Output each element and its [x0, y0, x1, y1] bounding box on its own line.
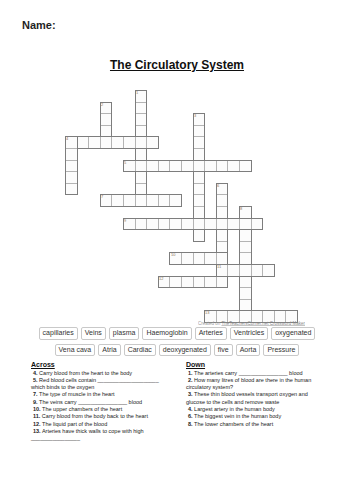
clue-down-2: 2. How many litres of blood are there in…: [186, 377, 326, 392]
word-bank-item: Vena cava: [55, 344, 96, 357]
clue-down-4: 4. Largest artery in the human body: [186, 406, 326, 413]
grid-cell[interactable]: [89, 137, 101, 148]
grid-cell[interactable]: [252, 265, 264, 276]
across-clue-list: 4. Carry blood from the heart to the bod…: [31, 370, 171, 443]
grid-cell[interactable]: [228, 265, 240, 276]
word-bank-item: plasma: [109, 327, 140, 340]
grid-cell[interactable]: [252, 219, 263, 230]
grid-cell[interactable]: [194, 126, 205, 138]
clue-number-2: 2: [101, 103, 103, 107]
clue-number-13: 13: [205, 311, 209, 315]
credit-prefix: Created on: [198, 321, 221, 326]
clue-number-8: 8: [240, 207, 242, 211]
across-heading: Across: [31, 361, 171, 368]
credit-link[interactable]: TheTeachersCorner.net Crossword Maker: [221, 321, 305, 326]
grid-cell[interactable]: [66, 184, 77, 195]
word-bank-item: Cardiac: [124, 344, 156, 357]
grid-cell[interactable]: [240, 277, 251, 289]
grid-cell[interactable]: [240, 161, 251, 172]
grid-cell[interactable]: [217, 161, 229, 172]
worksheet-page: Name: The Circulatory System 12345678910…: [0, 0, 354, 500]
clue-across-7: 7. The type of muscle in the heart: [31, 391, 171, 398]
grid-cell[interactable]: [101, 137, 113, 148]
page-title: The Circulatory System: [0, 58, 354, 72]
word-bank-row-2: Vena cavaAtriaCardiacdeoxygenatedfiveAor…: [0, 344, 354, 357]
grid-cell[interactable]: [194, 184, 205, 196]
grid-cell[interactable]: [136, 172, 147, 184]
word-bank-row-1: capillariesVeinsplasmaHaemoglobinArterie…: [0, 327, 354, 340]
grid-cell[interactable]: [66, 172, 77, 184]
clue-across-10: 10. The upper chambers of the heart: [31, 406, 171, 413]
grid-cell[interactable]: [240, 219, 252, 230]
clue-number-3: 3: [194, 114, 196, 118]
grid-cell[interactable]: [182, 161, 194, 172]
clue-across-12: 12. The liquid part of the blood: [31, 421, 171, 428]
grid-cell[interactable]: [194, 277, 206, 288]
grid-cell[interactable]: [217, 219, 229, 230]
grid-cell[interactable]: [136, 114, 147, 126]
clue-across-5: 5. Red blood cells contain _____________…: [31, 377, 171, 392]
down-heading: Down: [186, 361, 326, 368]
grid-cell[interactable]: [194, 195, 205, 207]
clue-down-6: 6. The biggest vein in the human body: [186, 413, 326, 420]
word-7-across: [100, 194, 182, 207]
grid-cell[interactable]: [159, 195, 171, 206]
word-bank-item: capillaries: [39, 327, 78, 340]
grid-cell[interactable]: [194, 137, 205, 149]
grid-cell[interactable]: [112, 195, 124, 206]
word-bank-item: Pressure: [263, 344, 299, 357]
clue-across-13: 13. Arteries have thick walls to cope wi…: [31, 428, 171, 443]
word-9-across: [123, 218, 263, 231]
word-bank-item: Aorta: [236, 344, 261, 357]
grid-cell[interactable]: [170, 161, 182, 172]
grid-cell[interactable]: [217, 230, 228, 242]
clue-number-5: 5: [124, 161, 126, 165]
grid-cell[interactable]: [147, 219, 159, 230]
word-bank-item: Veins: [81, 327, 106, 340]
grid-cell[interactable]: [194, 230, 205, 241]
clue-down-8: 8. The lower chambers of the heart: [186, 421, 326, 428]
name-label: Name:: [22, 19, 56, 31]
grid-cell[interactable]: [147, 137, 158, 148]
grid-cell[interactable]: [170, 219, 182, 230]
grid-cell[interactable]: [78, 137, 90, 148]
grid-cell[interactable]: [136, 195, 148, 206]
word-4-down: [65, 136, 78, 195]
grid-cell[interactable]: [194, 172, 205, 184]
grid-cell[interactable]: [217, 277, 228, 288]
down-clue-list: 1. The arteries carry ________________ b…: [186, 370, 326, 428]
credit-line: Created on TheTeachersCorner.net Crosswo…: [0, 321, 305, 326]
grid-cell[interactable]: [136, 161, 148, 172]
grid-cell[interactable]: [228, 161, 240, 172]
grid-cell[interactable]: [136, 219, 148, 230]
grid-cell[interactable]: [240, 242, 251, 254]
grid-cell[interactable]: [101, 114, 112, 126]
grid-cell[interactable]: [159, 219, 171, 230]
grid-cell[interactable]: [147, 195, 159, 206]
word-bank-item: Haemoglobin: [142, 327, 191, 340]
clue-across-4: 4. Carry blood from the heart to the bod…: [31, 370, 171, 377]
grid-cell[interactable]: [170, 195, 181, 206]
grid-cell[interactable]: [182, 253, 194, 264]
word-12-across: [158, 276, 229, 289]
grid-cell[interactable]: [124, 137, 136, 148]
word-bank-item: oxygenated: [271, 327, 315, 340]
grid-cell[interactable]: [194, 219, 206, 230]
grid-cell[interactable]: [205, 253, 217, 264]
grid-cell[interactable]: [205, 161, 217, 172]
grid-cell[interactable]: [182, 277, 194, 288]
grid-cell[interactable]: [205, 219, 217, 230]
grid-cell[interactable]: [147, 161, 159, 172]
grid-cell[interactable]: [159, 161, 171, 172]
clue-down-3: 3. These thin blood vessels transport ox…: [186, 391, 326, 406]
grid-cell[interactable]: [112, 137, 124, 148]
grid-cell[interactable]: [182, 219, 194, 230]
grid-cell[interactable]: [217, 253, 228, 264]
grid-cell[interactable]: [228, 219, 240, 230]
down-clues-section: Down 1. The arteries carry _____________…: [186, 361, 326, 428]
word-5-across: [123, 160, 252, 173]
clue-down-1: 1. The arteries carry ________________ b…: [186, 370, 326, 377]
clue-number-12: 12: [159, 277, 163, 281]
clue-number-11: 11: [217, 265, 221, 269]
word-bank-item: five: [214, 344, 233, 357]
word-bank-item: Arteries: [195, 327, 227, 340]
grid-cell[interactable]: [240, 288, 251, 300]
word-bank-item: deoxygenated: [159, 344, 211, 357]
across-clues-section: Across 4. Carry blood from the heart to …: [31, 361, 171, 442]
grid-cell[interactable]: [194, 253, 206, 264]
clue-number-4: 4: [66, 137, 68, 141]
clue-number-7: 7: [101, 195, 103, 199]
grid-cell[interactable]: [136, 103, 147, 115]
grid-cell[interactable]: [136, 137, 148, 148]
clue-number-10: 10: [171, 253, 175, 257]
grid-cell[interactable]: [124, 195, 136, 206]
clue-number-6: 6: [217, 184, 219, 188]
grid-cell[interactable]: [205, 277, 217, 288]
clue-across-11: 11. Carry blood from the body back to th…: [31, 413, 171, 420]
grid-cell[interactable]: [170, 277, 182, 288]
word-bank-item: Atria: [98, 344, 120, 357]
grid-cell[interactable]: [217, 195, 228, 207]
grid-cell[interactable]: [240, 230, 251, 242]
grid-cell[interactable]: [240, 265, 252, 276]
grid-cell[interactable]: [66, 161, 77, 173]
clue-number-1: 1: [136, 91, 138, 95]
word-4-across: [65, 136, 159, 149]
clue-across-9: 9. The veins carry ________________ bloo…: [31, 399, 171, 406]
word-bank-item: Ventricles: [230, 327, 268, 340]
grid-cell[interactable]: [194, 161, 206, 172]
clue-number-9: 9: [124, 219, 126, 223]
grid-cell[interactable]: [66, 149, 77, 161]
grid-cell[interactable]: [263, 265, 274, 276]
